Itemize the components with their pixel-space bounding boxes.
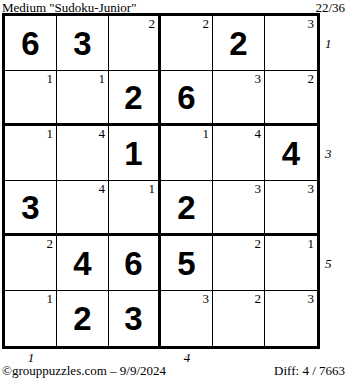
col-label-3 bbox=[109, 350, 161, 364]
cell-r2c5[interactable]: 3 bbox=[213, 71, 265, 126]
cell-value: 6 bbox=[124, 247, 142, 280]
puzzle-page: Medium "Sudoku-Junior" 22/36 63222311263… bbox=[0, 0, 347, 381]
difficulty-label: Diff: 4 / 7663 bbox=[274, 363, 345, 379]
col-label-2 bbox=[57, 350, 109, 364]
cell-r4c4[interactable]: 2 bbox=[161, 181, 213, 236]
cell-r3c1[interactable]: 1 bbox=[5, 126, 57, 181]
cell-r6c3[interactable]: 3 bbox=[109, 291, 161, 346]
pencil-mark: 1 bbox=[308, 237, 315, 250]
cell-value: 2 bbox=[229, 27, 247, 60]
cell-r4c6[interactable]: 3 bbox=[265, 181, 317, 236]
cell-r5c4[interactable]: 5 bbox=[161, 236, 213, 291]
pencil-mark: 2 bbox=[203, 17, 210, 30]
cell-r5c2[interactable]: 4 bbox=[57, 236, 109, 291]
pencil-mark: 3 bbox=[255, 72, 262, 85]
cell-r2c6[interactable]: 2 bbox=[265, 71, 317, 126]
pencil-mark: 2 bbox=[149, 17, 156, 30]
cell-r5c6[interactable]: 1 bbox=[265, 236, 317, 291]
cell-r2c2[interactable]: 1 bbox=[57, 71, 109, 126]
copyright-date: ©grouppuzzles.com – 9/9/2024 bbox=[2, 363, 166, 379]
cell-value: 2 bbox=[124, 81, 142, 114]
cell-value: 1 bbox=[124, 137, 142, 170]
cell-value: 5 bbox=[177, 247, 195, 280]
cell-r1c3[interactable]: 2 bbox=[109, 16, 161, 71]
cell-r3c5[interactable]: 4 bbox=[213, 126, 265, 181]
cell-r2c4[interactable]: 6 bbox=[161, 71, 213, 126]
pencil-mark: 2 bbox=[255, 292, 262, 305]
pencil-mark: 1 bbox=[149, 182, 156, 195]
col-labels: 14 bbox=[5, 350, 317, 364]
cell-r6c6[interactable]: 3 bbox=[265, 291, 317, 346]
row-label-2 bbox=[325, 71, 332, 126]
cell-value: 6 bbox=[177, 81, 195, 114]
pencil-mark: 4 bbox=[99, 182, 106, 195]
pencil-mark: 2 bbox=[47, 237, 54, 250]
pencil-mark: 3 bbox=[308, 17, 315, 30]
cell-value: 4 bbox=[282, 137, 300, 170]
pencil-mark: 1 bbox=[47, 127, 54, 140]
pencil-mark: 3 bbox=[308, 182, 315, 195]
cell-r6c4[interactable]: 3 bbox=[161, 291, 213, 346]
cell-r1c1[interactable]: 6 bbox=[5, 16, 57, 71]
cell-r3c6[interactable]: 4 bbox=[265, 126, 317, 181]
row-label-3: 3 bbox=[325, 126, 332, 181]
row-label-5: 5 bbox=[325, 236, 332, 291]
cell-r1c4[interactable]: 2 bbox=[161, 16, 213, 71]
cell-value: 2 bbox=[177, 191, 195, 224]
col-label-1: 1 bbox=[5, 350, 57, 364]
pencil-mark: 3 bbox=[308, 292, 315, 305]
pencil-mark: 4 bbox=[99, 127, 106, 140]
cell-r3c4[interactable]: 1 bbox=[161, 126, 213, 181]
cell-r2c3[interactable]: 2 bbox=[109, 71, 161, 126]
row-label-6 bbox=[325, 291, 332, 346]
cell-r4c3[interactable]: 1 bbox=[109, 181, 161, 236]
cell-r2c1[interactable]: 1 bbox=[5, 71, 57, 126]
cell-r5c5[interactable]: 2 bbox=[213, 236, 265, 291]
cell-r4c2[interactable]: 4 bbox=[57, 181, 109, 236]
col-label-4: 4 bbox=[161, 350, 213, 364]
cell-value: 3 bbox=[73, 27, 91, 60]
cell-r6c2[interactable]: 2 bbox=[57, 291, 109, 346]
cell-value: 2 bbox=[73, 302, 91, 335]
cell-r3c3[interactable]: 1 bbox=[109, 126, 161, 181]
pencil-mark: 1 bbox=[47, 72, 54, 85]
cell-r1c2[interactable]: 3 bbox=[57, 16, 109, 71]
pencil-mark: 3 bbox=[255, 182, 262, 195]
cell-r5c1[interactable]: 2 bbox=[5, 236, 57, 291]
pencil-mark: 1 bbox=[203, 127, 210, 140]
cell-value: 3 bbox=[124, 302, 142, 335]
row-labels: 135 bbox=[325, 16, 332, 346]
cell-r1c6[interactable]: 3 bbox=[265, 16, 317, 71]
pencil-mark: 2 bbox=[308, 72, 315, 85]
pencil-mark: 1 bbox=[47, 292, 54, 305]
cell-value: 6 bbox=[21, 27, 39, 60]
cell-r5c3[interactable]: 6 bbox=[109, 236, 161, 291]
cell-r4c1[interactable]: 3 bbox=[5, 181, 57, 236]
cell-r6c1[interactable]: 1 bbox=[5, 291, 57, 346]
pencil-mark: 1 bbox=[99, 72, 106, 85]
row-label-1: 1 bbox=[325, 16, 332, 71]
pencil-mark: 4 bbox=[255, 127, 262, 140]
cell-value: 3 bbox=[21, 191, 39, 224]
pencil-mark: 3 bbox=[203, 292, 210, 305]
cell-r4c5[interactable]: 3 bbox=[213, 181, 265, 236]
cell-r6c5[interactable]: 2 bbox=[213, 291, 265, 346]
col-label-5 bbox=[213, 350, 265, 364]
row-label-4 bbox=[325, 181, 332, 236]
pencil-mark: 2 bbox=[255, 237, 262, 250]
col-label-6 bbox=[265, 350, 317, 364]
sudoku-grid: 632223112632141144341233246521123323 bbox=[2, 13, 320, 349]
cell-r1c5[interactable]: 2 bbox=[213, 16, 265, 71]
cell-r3c2[interactable]: 4 bbox=[57, 126, 109, 181]
cell-value: 4 bbox=[73, 247, 91, 280]
